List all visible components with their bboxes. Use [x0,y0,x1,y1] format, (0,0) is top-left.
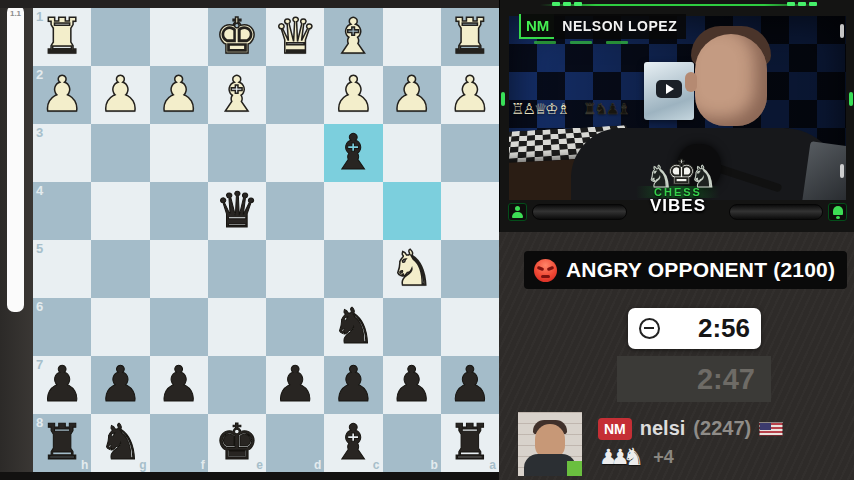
square-c3[interactable]: ♝ [324,124,382,182]
square-b3[interactable] [383,124,441,182]
square-e8[interactable]: e♚ [208,414,266,472]
piece-black-pawn: ♟ [33,356,91,414]
piece-white-pawn: ♟ [324,66,382,124]
square-c7[interactable]: ♟ [324,356,382,414]
piece-black-queen: ♛ [208,182,266,240]
piece-white-pawn: ♟ [150,66,208,124]
square-a5[interactable] [441,240,499,298]
square-e2[interactable]: ♝ [208,66,266,124]
piece-white-pawn: ♟ [441,66,499,124]
streamer-name: NELSON LOPEZ [554,14,686,39]
square-b1[interactable] [383,8,441,66]
square-h7[interactable]: 7♟ [33,356,91,414]
square-b8[interactable]: b [383,414,441,472]
rank-label-4: 4 [36,183,43,198]
player-name: nelsi [640,417,686,440]
square-b7[interactable]: ♟ [383,356,441,414]
streamer-badge: NM NELSON LOPEZ [519,14,686,39]
piece-black-pawn: ♟ [91,356,149,414]
square-a6[interactable] [441,298,499,356]
rank-label-5: 5 [36,241,43,256]
side-accent-left [501,92,505,106]
square-e1[interactable]: ♚ [208,8,266,66]
rank-label-6: 6 [36,299,43,314]
logo-king-icon: ♚ [666,152,689,192]
piece-black-pawn: ♟ [441,356,499,414]
player-time: 2:47 [617,363,771,396]
square-f1[interactable] [150,8,208,66]
piece-white-pawn: ♟ [33,66,91,124]
square-h4[interactable]: 4 [33,182,91,240]
square-g2[interactable]: ♟ [91,66,149,124]
square-d5[interactable] [266,240,324,298]
piece-white-queen: ♛ [266,8,324,66]
square-f6[interactable] [150,298,208,356]
piece-black-bishop: ♝ [324,414,382,472]
top-accent-line [540,4,820,6]
square-a4[interactable] [441,182,499,240]
piece-white-rook: ♜ [441,8,499,66]
square-e5[interactable] [208,240,266,298]
corner-dash-bottom-right [840,164,844,178]
square-a8[interactable]: a♜ [441,414,499,472]
piece-black-knight: ♞ [324,298,382,356]
piece-black-pawn: ♟ [266,356,324,414]
piece-black-pawn: ♟ [324,356,382,414]
square-h5[interactable]: 5 [33,240,91,298]
opponent-banner: ANGRY OPPONENT (2100) [524,251,847,289]
progress-track-right [729,204,824,220]
square-a1[interactable]: ♜ [441,8,499,66]
square-e4[interactable]: ♛ [208,182,266,240]
square-d2[interactable] [266,66,324,124]
square-g8[interactable]: g♞ [91,414,149,472]
opponent-label: ANGRY OPPONENT (2100) [566,258,835,282]
eval-bar: 1.1 [7,5,24,312]
stream-screen: 1.1 1♜♚♛♝♜2♟♟♟♝♟♟♟3♝4♛5♞6♞7♟♟♟♟♟♟♟8h♜g♞f… [0,0,854,480]
online-indicator [567,461,582,476]
piece-white-pawn: ♟ [91,66,149,124]
square-e6[interactable] [208,298,266,356]
piece-white-king: ♚ [208,8,266,66]
piece-white-bishop: ♝ [324,8,382,66]
us-flag-icon [759,422,783,436]
captured-pieces-row: ♟♟♞+4 [599,444,674,470]
player-rating: (2247) [693,417,751,440]
square-b2[interactable]: ♟ [383,66,441,124]
square-g7[interactable]: ♟ [91,356,149,414]
piece-black-rook: ♜ [441,414,499,472]
viewers-person-icon[interactable] [508,203,527,221]
piece-black-king: ♚ [208,414,266,472]
person-ear [685,72,697,92]
square-g3[interactable] [91,124,149,182]
square-e7[interactable] [208,356,266,414]
square-b5[interactable]: ♞ [383,240,441,298]
person-head [695,34,767,126]
square-h2[interactable]: 2♟ [33,66,91,124]
square-d4[interactable] [266,182,324,240]
square-d3[interactable] [266,124,324,182]
square-c6[interactable]: ♞ [324,298,382,356]
square-e3[interactable] [208,124,266,182]
square-a3[interactable] [441,124,499,182]
chess-board: 1♜♚♛♝♜2♟♟♟♝♟♟♟3♝4♛5♞6♞7♟♟♟♟♟♟♟8h♜g♞fe♚dc… [33,8,499,472]
square-h1[interactable]: 1♜ [33,8,91,66]
square-f4[interactable] [150,182,208,240]
eval-value: 1.1 [7,9,24,18]
square-c8[interactable]: c♝ [324,414,382,472]
square-b6[interactable] [383,298,441,356]
square-f8[interactable]: f [150,414,208,472]
square-d1[interactable]: ♛ [266,8,324,66]
square-g1[interactable] [91,8,149,66]
player-title-badge: NM [598,418,632,440]
piece-white-bishop: ♝ [208,66,266,124]
square-g5[interactable] [91,240,149,298]
square-c5[interactable] [324,240,382,298]
player-avatar [518,412,582,476]
square-f2[interactable]: ♟ [150,66,208,124]
webcam-frame: ♖♙♕♔♗ ♜♞♟♝ NM NELSON LOPEZ [499,0,854,232]
material-advantage: +4 [653,447,674,468]
board-top-bar [0,0,499,8]
logo-pieces: ♞♚♞ [636,160,720,192]
left-strip: 1.1 [0,0,33,480]
player-clock: 2:47 [617,356,771,402]
piece-black-rook: ♜ [33,414,91,472]
square-a7[interactable]: ♟ [441,356,499,414]
captured-knight-icon: ♞ [623,444,645,470]
square-d7[interactable]: ♟ [266,356,324,414]
opponent-time: 2:56 [660,313,761,344]
progress-track-left [532,204,627,220]
side-accent-right [849,92,853,106]
file-label-f: f [201,458,205,472]
square-g6[interactable] [91,298,149,356]
piece-white-rook: ♜ [33,8,91,66]
minus-circle-icon [639,318,660,339]
square-a2[interactable]: ♟ [441,66,499,124]
right-panel: ♖♙♕♔♗ ♜♞♟♝ NM NELSON LOPEZ [499,0,854,480]
bell-icon[interactable] [828,203,847,221]
angry-face-icon [534,259,557,282]
badge-underline-dashes [534,41,628,44]
piece-black-pawn: ♟ [383,356,441,414]
player-row: NM nelsi (2247) [598,417,783,440]
square-h3[interactable]: 3 [33,124,91,182]
streamer-title-badge: NM [519,14,554,39]
square-d6[interactable] [266,298,324,356]
square-d8[interactable]: d [266,414,324,472]
square-f7[interactable]: ♟ [150,356,208,414]
piece-black-knight: ♞ [91,414,149,472]
board-bottom-bar [0,472,499,480]
square-h6[interactable]: 6 [33,298,91,356]
square-c4[interactable] [324,182,382,240]
piece-black-bishop: ♝ [324,124,382,182]
square-f5[interactable] [150,240,208,298]
piece-white-pawn: ♟ [383,66,441,124]
corner-dash-top-right [840,24,844,38]
rank-label-3: 3 [36,125,43,140]
logo-text-vibes: VIBES [636,196,720,216]
file-label-d: d [314,458,321,472]
accent-dashes-left [552,2,582,6]
opponent-clock: 2:56 [628,308,761,349]
square-f3[interactable] [150,124,208,182]
square-h8[interactable]: 8h♜ [33,414,91,472]
file-label-b: b [430,458,437,472]
square-c2[interactable]: ♟ [324,66,382,124]
accent-dashes-right [787,2,817,6]
chess-vibes-logo: ♞♚♞ CHESS VIBES [636,160,720,216]
square-g4[interactable] [91,182,149,240]
piece-white-knight: ♞ [383,240,441,298]
square-c1[interactable]: ♝ [324,8,382,66]
piece-black-pawn: ♟ [150,356,208,414]
square-b4[interactable] [383,182,441,240]
